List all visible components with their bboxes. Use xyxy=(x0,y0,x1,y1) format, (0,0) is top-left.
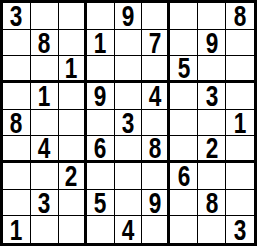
sudoku-cell-r1c8[interactable] xyxy=(198,3,226,30)
sudoku-cell-r3c2[interactable] xyxy=(31,56,59,83)
sudoku-cell-r1c6[interactable] xyxy=(142,3,170,30)
sudoku-cell-r4c9[interactable] xyxy=(226,83,254,110)
sudoku-cell-r9c1[interactable]: 1 xyxy=(3,216,31,243)
sudoku-cell-r1c9[interactable]: 8 xyxy=(226,3,254,30)
sudoku-cell-r2c2[interactable]: 8 xyxy=(31,30,59,57)
given-digit: 3 xyxy=(10,3,23,30)
sudoku-cell-r9c9[interactable]: 3 xyxy=(226,216,254,243)
sudoku-cell-r3c9[interactable] xyxy=(226,56,254,83)
given-digit: 3 xyxy=(122,110,135,137)
sudoku-cell-r2c4[interactable]: 1 xyxy=(87,30,115,57)
given-digit: 5 xyxy=(94,190,107,217)
given-digit: 1 xyxy=(10,216,23,243)
given-digit: 9 xyxy=(94,83,107,110)
sudoku-cell-r3c1[interactable] xyxy=(3,56,31,83)
given-digit: 2 xyxy=(205,136,218,163)
sudoku-cell-r8c2[interactable]: 3 xyxy=(31,190,59,217)
given-digit: 3 xyxy=(205,83,218,110)
given-digit: 8 xyxy=(38,30,51,57)
sudoku-cell-r3c6[interactable] xyxy=(142,56,170,83)
given-digit: 1 xyxy=(234,110,247,137)
sudoku-cell-r8c8[interactable]: 8 xyxy=(198,190,226,217)
sudoku-cell-r9c3[interactable] xyxy=(59,216,87,243)
given-digit: 7 xyxy=(149,30,162,57)
sudoku-cell-r7c1[interactable] xyxy=(3,163,31,190)
sudoku-cell-r6c9[interactable] xyxy=(226,136,254,163)
given-digit: 1 xyxy=(65,56,78,83)
sudoku-cell-r6c7[interactable] xyxy=(170,136,198,163)
sudoku-cell-r8c3[interactable] xyxy=(59,190,87,217)
sudoku-cell-r1c4[interactable] xyxy=(87,3,115,30)
sudoku-cell-r7c6[interactable] xyxy=(142,163,170,190)
sudoku-cell-r7c9[interactable] xyxy=(226,163,254,190)
sudoku-cell-r7c4[interactable] xyxy=(87,163,115,190)
sudoku-cell-r5c1[interactable]: 8 xyxy=(3,110,31,137)
sudoku-cell-r1c7[interactable] xyxy=(170,3,198,30)
sudoku-cell-r3c8[interactable] xyxy=(198,56,226,83)
sudoku-cell-r9c2[interactable] xyxy=(31,216,59,243)
sudoku-cell-r2c3[interactable] xyxy=(59,30,87,57)
sudoku-cell-r8c5[interactable] xyxy=(115,190,143,217)
sudoku-cell-r1c5[interactable]: 9 xyxy=(115,3,143,30)
sudoku-cell-r5c3[interactable] xyxy=(59,110,87,137)
sudoku-cell-r5c5[interactable]: 3 xyxy=(115,110,143,137)
sudoku-cell-r1c3[interactable] xyxy=(59,3,87,30)
given-digit: 6 xyxy=(94,136,107,163)
given-digit: 3 xyxy=(234,216,247,243)
sudoku-cell-r8c6[interactable]: 9 xyxy=(142,190,170,217)
sudoku-cell-r9c5[interactable]: 4 xyxy=(115,216,143,243)
sudoku-cell-r7c5[interactable] xyxy=(115,163,143,190)
given-digit: 9 xyxy=(122,3,135,30)
given-digit: 3 xyxy=(38,190,51,217)
given-digit: 8 xyxy=(149,136,162,163)
sudoku-cell-r5c4[interactable] xyxy=(87,110,115,137)
sudoku-cell-r2c6[interactable]: 7 xyxy=(142,30,170,57)
sudoku-cell-r2c7[interactable] xyxy=(170,30,198,57)
sudoku-cell-r5c2[interactable] xyxy=(31,110,59,137)
sudoku-cell-r7c3[interactable]: 2 xyxy=(59,163,87,190)
given-digit: 5 xyxy=(177,56,190,83)
given-digit: 4 xyxy=(122,216,135,243)
given-digit: 1 xyxy=(38,83,51,110)
sudoku-cell-r8c7[interactable] xyxy=(170,190,198,217)
sudoku-cell-r7c8[interactable] xyxy=(198,163,226,190)
sudoku-cell-r4c5[interactable] xyxy=(115,83,143,110)
given-digit: 9 xyxy=(205,30,218,57)
sudoku-cell-r6c4[interactable]: 6 xyxy=(87,136,115,163)
sudoku-cell-r2c1[interactable] xyxy=(3,30,31,57)
sudoku-cell-r7c2[interactable] xyxy=(31,163,59,190)
sudoku-cell-r3c4[interactable] xyxy=(87,56,115,83)
sudoku-cell-r6c3[interactable] xyxy=(59,136,87,163)
sudoku-cell-r4c7[interactable] xyxy=(170,83,198,110)
sudoku-cell-r4c8[interactable]: 3 xyxy=(198,83,226,110)
sudoku-cell-r3c3[interactable]: 1 xyxy=(59,56,87,83)
given-digit: 1 xyxy=(94,30,107,57)
sudoku-cell-r6c8[interactable]: 2 xyxy=(198,136,226,163)
sudoku-cell-r2c9[interactable] xyxy=(226,30,254,57)
sudoku-cell-r6c6[interactable]: 8 xyxy=(142,136,170,163)
given-digit: 4 xyxy=(38,136,51,163)
sudoku-cell-r9c8[interactable] xyxy=(198,216,226,243)
sudoku-cell-r8c9[interactable] xyxy=(226,190,254,217)
sudoku-cell-r1c1[interactable]: 3 xyxy=(3,3,31,30)
sudoku-cell-r5c8[interactable] xyxy=(198,110,226,137)
sudoku-cell-r5c7[interactable] xyxy=(170,110,198,137)
given-digit: 8 xyxy=(234,3,247,30)
given-digit: 2 xyxy=(65,163,78,190)
sudoku-cell-r8c4[interactable]: 5 xyxy=(87,190,115,217)
given-digit: 8 xyxy=(10,110,23,137)
sudoku-cell-r6c5[interactable] xyxy=(115,136,143,163)
sudoku-cell-r4c1[interactable] xyxy=(3,83,31,110)
sudoku-cell-r8c1[interactable] xyxy=(3,190,31,217)
sudoku-cell-r5c9[interactable]: 1 xyxy=(226,110,254,137)
sudoku-cell-r2c8[interactable]: 9 xyxy=(198,30,226,57)
sudoku-cell-r7c7[interactable]: 6 xyxy=(170,163,198,190)
sudoku-cell-r4c2[interactable]: 1 xyxy=(31,83,59,110)
sudoku-cell-r9c4[interactable] xyxy=(87,216,115,243)
sudoku-cell-r5c6[interactable] xyxy=(142,110,170,137)
sudoku-cell-r4c6[interactable]: 4 xyxy=(142,83,170,110)
given-digit: 6 xyxy=(177,163,190,190)
sudoku-cell-r4c3[interactable] xyxy=(59,83,87,110)
sudoku-cell-r9c6[interactable] xyxy=(142,216,170,243)
sudoku-cell-r4c4[interactable]: 9 xyxy=(87,83,115,110)
given-digit: 9 xyxy=(149,190,162,217)
given-digit: 8 xyxy=(205,190,218,217)
sudoku-cell-r6c1[interactable] xyxy=(3,136,31,163)
sudoku-cell-r9c7[interactable] xyxy=(170,216,198,243)
sudoku-cell-r2c5[interactable] xyxy=(115,30,143,57)
sudoku-cell-r3c7[interactable]: 5 xyxy=(170,56,198,83)
given-digit: 4 xyxy=(149,83,162,110)
sudoku-board: 39881791519438314682263598143 xyxy=(0,0,257,246)
sudoku-cell-r1c2[interactable] xyxy=(31,3,59,30)
sudoku-cell-r3c5[interactable] xyxy=(115,56,143,83)
sudoku-cell-r6c2[interactable]: 4 xyxy=(31,136,59,163)
